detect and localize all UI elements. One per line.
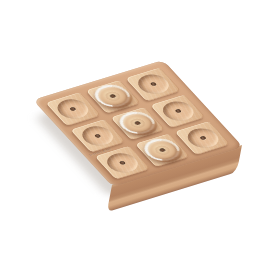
photo-stage: DOGLEMI xyxy=(0,0,270,270)
recess xyxy=(102,150,144,175)
recess xyxy=(52,96,94,121)
puzzle-disc[interactable] xyxy=(88,81,136,110)
treat-hole xyxy=(94,134,101,138)
treat-hole xyxy=(70,107,77,111)
treat-hole xyxy=(119,160,126,164)
treat-hole xyxy=(150,82,157,86)
puzzle-disc[interactable] xyxy=(138,135,186,164)
treat-hole xyxy=(199,136,206,140)
recess xyxy=(77,123,119,148)
treat-hole xyxy=(174,109,181,113)
recess xyxy=(182,125,224,150)
puzzle-disc[interactable] xyxy=(113,108,161,137)
recess xyxy=(132,72,174,97)
recess xyxy=(157,98,199,123)
